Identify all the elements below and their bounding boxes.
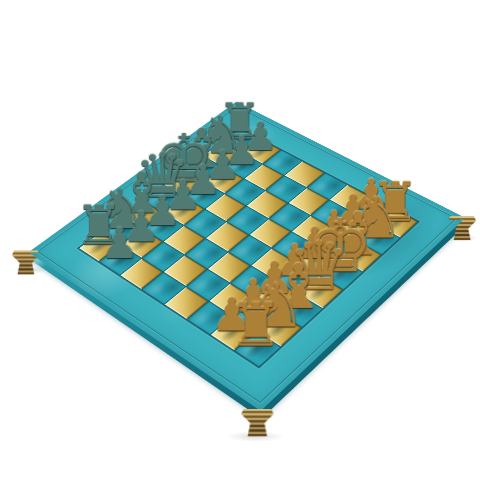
black-pawn-a7: ♟	[89, 223, 150, 266]
chessboard-3d: ♜♞♝♛♚♝♞♜♟♟♟♟♟♟♟♟♟♟♟♟♟♟♟♟♜♞♝♛♚♝♞♜	[28, 102, 465, 411]
chessboard: ♜♞♝♛♚♝♞♜♟♟♟♟♟♟♟♟♟♟♟♟♟♟♟♟♜♞♝♛♚♝♞♜	[80, 68, 413, 401]
white-rook-a1: ♜	[223, 296, 289, 356]
product-photo-scene: ♜♞♝♛♚♝♞♜♟♟♟♟♟♟♟♟♟♟♟♟♟♟♟♟♜♞♝♛♚♝♞♜	[0, 0, 480, 480]
